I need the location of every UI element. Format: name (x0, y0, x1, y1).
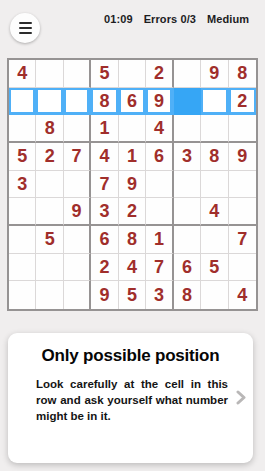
cell-r5c3[interactable] (64, 171, 91, 199)
cell-r7c5[interactable]: 8 (119, 226, 146, 254)
top-bar: 01:09 Errors 0/3 Medium (0, 0, 265, 56)
cell-r6c2[interactable] (36, 198, 63, 226)
cell-r3c9[interactable] (229, 115, 256, 143)
cell-r6c6[interactable] (146, 198, 173, 226)
cell-r6c1[interactable] (9, 198, 36, 226)
difficulty-label: Medium (207, 13, 249, 25)
cell-r3c2[interactable]: 8 (36, 115, 63, 143)
hint-title: Only possible position (8, 346, 253, 366)
cell-r8c1[interactable] (9, 254, 36, 282)
cell-r3c3[interactable] (64, 115, 91, 143)
cell-r2c7[interactable] (174, 88, 201, 116)
cell-r5c6[interactable] (146, 171, 173, 199)
cell-r6c8[interactable]: 4 (201, 198, 228, 226)
cell-r3c5[interactable] (119, 115, 146, 143)
hint-card: Only possible position Look carefully at… (8, 333, 253, 463)
cell-r3c7[interactable] (174, 115, 201, 143)
cell-r2c2[interactable] (36, 88, 63, 116)
cell-r2c8[interactable] (201, 88, 228, 116)
cell-r7c4[interactable]: 6 (91, 226, 118, 254)
cell-r1c1[interactable]: 4 (9, 60, 36, 88)
cell-r1c3[interactable] (64, 60, 91, 88)
cell-r6c7[interactable] (174, 198, 201, 226)
timer-label: 01:09 (104, 13, 133, 25)
cell-r2c4[interactable]: 8 (91, 88, 118, 116)
cell-r9c2[interactable] (36, 281, 63, 309)
cell-r5c7[interactable] (174, 171, 201, 199)
cell-r9c1[interactable] (9, 281, 36, 309)
cell-r3c1[interactable] (9, 115, 36, 143)
cell-r7c2[interactable]: 5 (36, 226, 63, 254)
hint-body: Look carefully at the cell in this row a… (36, 376, 228, 424)
cell-r3c6[interactable]: 4 (146, 115, 173, 143)
cell-r5c5[interactable]: 9 (119, 171, 146, 199)
cell-r8c9[interactable] (229, 254, 256, 282)
cell-r5c8[interactable] (201, 171, 228, 199)
cell-r4c2[interactable]: 2 (36, 143, 63, 171)
cell-r9c9[interactable]: 4 (229, 281, 256, 309)
cell-r4c1[interactable]: 5 (9, 143, 36, 171)
cell-r4c6[interactable]: 6 (146, 143, 173, 171)
cell-r7c9[interactable]: 7 (229, 226, 256, 254)
cell-r5c4[interactable]: 7 (91, 171, 118, 199)
cell-r8c5[interactable]: 4 (119, 254, 146, 282)
cell-r5c9[interactable] (229, 171, 256, 199)
cell-r4c7[interactable]: 3 (174, 143, 201, 171)
cell-r9c8[interactable] (201, 281, 228, 309)
cell-r7c6[interactable]: 1 (146, 226, 173, 254)
chevron-right-icon (236, 390, 246, 405)
cell-r9c6[interactable]: 3 (146, 281, 173, 309)
cell-r1c7[interactable] (174, 60, 201, 88)
cell-r1c6[interactable]: 2 (146, 60, 173, 88)
cell-r5c2[interactable] (36, 171, 63, 199)
cell-r6c5[interactable]: 2 (119, 198, 146, 226)
cell-r7c3[interactable] (64, 226, 91, 254)
errors-label: Errors 0/3 (144, 13, 196, 25)
cell-r6c4[interactable]: 3 (91, 198, 118, 226)
cell-r8c4[interactable]: 2 (91, 254, 118, 282)
cell-r9c4[interactable]: 9 (91, 281, 118, 309)
cell-r8c8[interactable]: 5 (201, 254, 228, 282)
cell-r8c2[interactable] (36, 254, 63, 282)
cell-r5c1[interactable]: 3 (9, 171, 36, 199)
cell-r2c5[interactable]: 6 (119, 88, 146, 116)
cell-r2c6[interactable]: 9 (146, 88, 173, 116)
cell-r8c6[interactable]: 7 (146, 254, 173, 282)
cell-r6c9[interactable] (229, 198, 256, 226)
cell-r9c3[interactable] (64, 281, 91, 309)
cell-r4c3[interactable]: 7 (64, 143, 91, 171)
cell-r7c1[interactable] (9, 226, 36, 254)
cell-r1c2[interactable] (36, 60, 63, 88)
hint-next-button[interactable] (235, 389, 247, 405)
cell-r3c8[interactable] (201, 115, 228, 143)
cell-r2c3[interactable] (64, 88, 91, 116)
cell-r8c3[interactable] (64, 254, 91, 282)
cell-r9c7[interactable]: 8 (174, 281, 201, 309)
cell-r8c7[interactable]: 6 (174, 254, 201, 282)
cell-r3c4[interactable]: 1 (91, 115, 118, 143)
cell-r6c3[interactable]: 9 (64, 198, 91, 226)
cell-r9c5[interactable]: 5 (119, 281, 146, 309)
cell-r4c8[interactable]: 8 (201, 143, 228, 171)
cell-r1c4[interactable]: 5 (91, 60, 118, 88)
cell-r4c5[interactable]: 1 (119, 143, 146, 171)
cell-r1c8[interactable]: 9 (201, 60, 228, 88)
cell-r4c4[interactable]: 4 (91, 143, 118, 171)
menu-button[interactable] (10, 13, 40, 43)
cell-r2c9[interactable]: 2 (229, 88, 256, 116)
game-stats: 01:09 Errors 0/3 Medium (104, 13, 249, 25)
cell-r4c9[interactable]: 9 (229, 143, 256, 171)
cell-r7c8[interactable] (201, 226, 228, 254)
sudoku-board: 4529886928145274163893799324568172476595… (7, 58, 258, 311)
cell-r2c1[interactable] (9, 88, 36, 116)
cell-r7c7[interactable] (174, 226, 201, 254)
cell-r1c9[interactable]: 8 (229, 60, 256, 88)
cell-r1c5[interactable] (119, 60, 146, 88)
